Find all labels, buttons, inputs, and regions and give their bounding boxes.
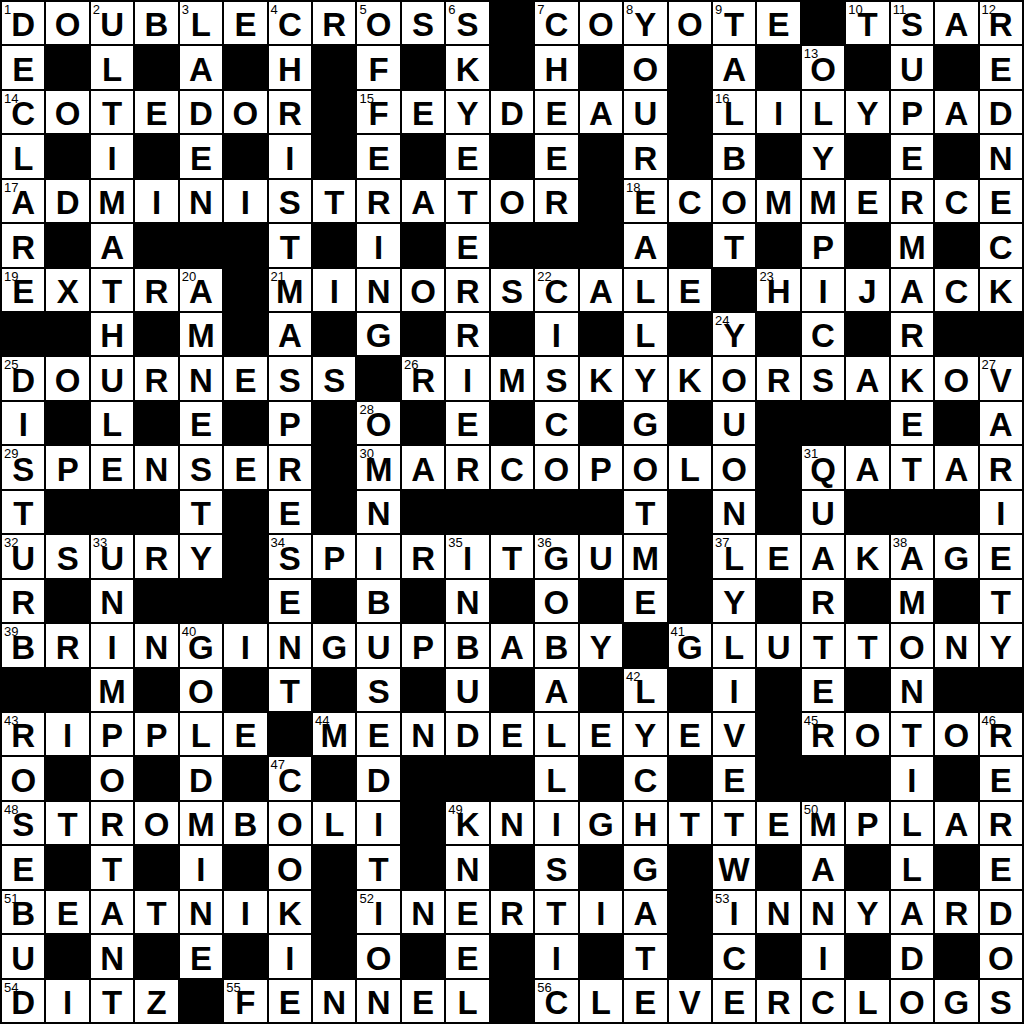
grid-cell-r11c23[interactable]: R xyxy=(980,446,1022,488)
grid-cell-r8c21[interactable]: R xyxy=(891,313,933,355)
grid-cell-r9c22[interactable]: O xyxy=(935,357,977,399)
grid-cell-r13c11[interactable]: 35I xyxy=(446,535,488,577)
grid-cell-r1c1[interactable]: 1D xyxy=(2,2,44,44)
grid-cell-r9c20[interactable]: A xyxy=(846,357,888,399)
grid-cell-r23c17[interactable]: E xyxy=(713,980,755,1022)
grid-cell-r2c19[interactable]: 13O xyxy=(802,46,844,88)
grid-cell-r17c20[interactable]: O xyxy=(846,713,888,755)
grid-cell-r1c5[interactable]: 3L xyxy=(180,2,222,44)
grid-cell-r19c2[interactable]: T xyxy=(46,802,88,844)
grid-cell-r11c9[interactable]: 30M xyxy=(357,446,399,488)
grid-cell-r13c8[interactable]: P xyxy=(313,535,355,577)
grid-cell-r19c23[interactable]: R xyxy=(980,802,1022,844)
grid-cell-r21c2[interactable]: E xyxy=(46,891,88,933)
grid-cell-r15c11[interactable]: B xyxy=(446,624,488,666)
grid-cell-r23c21[interactable]: O xyxy=(891,980,933,1022)
grid-cell-r17c17[interactable]: V xyxy=(713,713,755,755)
grid-cell-r9c18[interactable]: R xyxy=(757,357,799,399)
grid-cell-r19c16[interactable]: T xyxy=(669,802,711,844)
grid-cell-r8c13[interactable]: I xyxy=(535,313,577,355)
grid-cell-r11c14[interactable]: P xyxy=(580,446,622,488)
grid-cell-r3c22[interactable]: A xyxy=(935,91,977,133)
grid-cell-r9c6[interactable]: E xyxy=(224,357,266,399)
grid-cell-r5c16[interactable]: C xyxy=(669,180,711,222)
grid-cell-r19c22[interactable]: A xyxy=(935,802,977,844)
grid-cell-r16c17[interactable]: I xyxy=(713,669,755,711)
grid-cell-r20c1[interactable]: E xyxy=(2,846,44,888)
grid-cell-r19c18[interactable]: E xyxy=(757,802,799,844)
grid-cell-r11c6[interactable]: E xyxy=(224,446,266,488)
grid-cell-r4c17[interactable]: B xyxy=(713,135,755,177)
grid-cell-r6c15[interactable]: A xyxy=(624,224,666,266)
grid-cell-r22c9[interactable]: O xyxy=(357,935,399,977)
grid-cell-r4c1[interactable]: L xyxy=(2,135,44,177)
grid-cell-r12c19[interactable]: U xyxy=(802,491,844,533)
grid-cell-r22c13[interactable]: I xyxy=(535,935,577,977)
grid-cell-r9c11[interactable]: I xyxy=(446,357,488,399)
grid-cell-r3c9[interactable]: 15F xyxy=(357,91,399,133)
grid-cell-r23c7[interactable]: E xyxy=(269,980,311,1022)
grid-cell-r1c23[interactable]: 12R xyxy=(980,2,1022,44)
grid-cell-r15c4[interactable]: N xyxy=(135,624,177,666)
grid-cell-r2c13[interactable]: H xyxy=(535,46,577,88)
grid-cell-r10c5[interactable]: E xyxy=(180,402,222,444)
grid-cell-r1c20[interactable]: 10T xyxy=(846,2,888,44)
grid-cell-r9c12[interactable]: M xyxy=(491,357,533,399)
grid-cell-r15c6[interactable]: I xyxy=(224,624,266,666)
grid-cell-r14c1[interactable]: R xyxy=(2,580,44,622)
grid-cell-r21c1[interactable]: 51B xyxy=(2,891,44,933)
grid-cell-r11c21[interactable]: T xyxy=(891,446,933,488)
grid-cell-r17c4[interactable]: P xyxy=(135,713,177,755)
grid-cell-r5c20[interactable]: E xyxy=(846,180,888,222)
grid-cell-r19c17[interactable]: T xyxy=(713,802,755,844)
grid-cell-r15c3[interactable]: I xyxy=(91,624,133,666)
grid-cell-r19c7[interactable]: O xyxy=(269,802,311,844)
grid-cell-r18c23[interactable]: E xyxy=(980,757,1022,799)
grid-cell-r21c18[interactable]: N xyxy=(757,891,799,933)
grid-cell-r10c9[interactable]: 28O xyxy=(357,402,399,444)
grid-cell-r11c15[interactable]: O xyxy=(624,446,666,488)
grid-cell-r6c11[interactable]: E xyxy=(446,224,488,266)
grid-cell-r22c3[interactable]: N xyxy=(91,935,133,977)
grid-cell-r3c11[interactable]: Y xyxy=(446,91,488,133)
grid-cell-r23c3[interactable]: T xyxy=(91,980,133,1022)
grid-cell-r7c19[interactable]: I xyxy=(802,269,844,311)
grid-cell-r20c7[interactable]: O xyxy=(269,846,311,888)
grid-cell-r22c1[interactable]: U xyxy=(2,935,44,977)
grid-cell-r1c2[interactable]: O xyxy=(46,2,88,44)
grid-cell-r18c3[interactable]: O xyxy=(91,757,133,799)
grid-cell-r7c10[interactable]: O xyxy=(402,269,444,311)
grid-cell-r8c9[interactable]: G xyxy=(357,313,399,355)
grid-cell-r13c23[interactable]: E xyxy=(980,535,1022,577)
grid-cell-r15c18[interactable]: U xyxy=(757,624,799,666)
grid-cell-r2c9[interactable]: F xyxy=(357,46,399,88)
grid-cell-r7c4[interactable]: R xyxy=(135,269,177,311)
grid-cell-r3c23[interactable]: D xyxy=(980,91,1022,133)
grid-cell-r1c21[interactable]: 11S xyxy=(891,2,933,44)
grid-cell-r16c19[interactable]: E xyxy=(802,669,844,711)
grid-cell-r4c7[interactable]: I xyxy=(269,135,311,177)
grid-cell-r18c15[interactable]: C xyxy=(624,757,666,799)
grid-cell-r6c1[interactable]: R xyxy=(2,224,44,266)
grid-cell-r19c4[interactable]: O xyxy=(135,802,177,844)
grid-cell-r9c21[interactable]: K xyxy=(891,357,933,399)
grid-cell-r21c3[interactable]: A xyxy=(91,891,133,933)
grid-cell-r15c8[interactable]: G xyxy=(313,624,355,666)
grid-cell-r13c13[interactable]: 36G xyxy=(535,535,577,577)
grid-cell-r10c13[interactable]: C xyxy=(535,402,577,444)
grid-cell-r6c7[interactable]: T xyxy=(269,224,311,266)
grid-cell-r13c21[interactable]: 38A xyxy=(891,535,933,577)
grid-cell-r6c9[interactable]: I xyxy=(357,224,399,266)
grid-cell-r7c14[interactable]: A xyxy=(580,269,622,311)
grid-cell-r19c3[interactable]: R xyxy=(91,802,133,844)
grid-cell-r21c13[interactable]: T xyxy=(535,891,577,933)
grid-cell-r1c16[interactable]: O xyxy=(669,2,711,44)
grid-cell-r7c13[interactable]: 22C xyxy=(535,269,577,311)
grid-cell-r9c8[interactable]: S xyxy=(313,357,355,399)
grid-cell-r2c15[interactable]: O xyxy=(624,46,666,88)
grid-cell-r1c8[interactable]: R xyxy=(313,2,355,44)
grid-cell-r23c2[interactable]: I xyxy=(46,980,88,1022)
grid-cell-r3c20[interactable]: Y xyxy=(846,91,888,133)
grid-cell-r6c19[interactable]: P xyxy=(802,224,844,266)
grid-cell-r11c13[interactable]: O xyxy=(535,446,577,488)
grid-cell-r23c10[interactable]: E xyxy=(402,980,444,1022)
grid-cell-r5c13[interactable]: R xyxy=(535,180,577,222)
grid-cell-r11c16[interactable]: L xyxy=(669,446,711,488)
grid-cell-r13c14[interactable]: U xyxy=(580,535,622,577)
grid-cell-r5c1[interactable]: 17A xyxy=(2,180,44,222)
grid-cell-r8c3[interactable]: H xyxy=(91,313,133,355)
grid-cell-r9c16[interactable]: K xyxy=(669,357,711,399)
grid-cell-r13c22[interactable]: G xyxy=(935,535,977,577)
grid-cell-r5c3[interactable]: M xyxy=(91,180,133,222)
grid-cell-r5c11[interactable]: T xyxy=(446,180,488,222)
grid-cell-r11c7[interactable]: R xyxy=(269,446,311,488)
grid-cell-r23c22[interactable]: G xyxy=(935,980,977,1022)
grid-cell-r13c12[interactable]: T xyxy=(491,535,533,577)
grid-cell-r9c5[interactable]: N xyxy=(180,357,222,399)
grid-cell-r22c7[interactable]: I xyxy=(269,935,311,977)
grid-cell-r5c8[interactable]: T xyxy=(313,180,355,222)
grid-cell-r14c17[interactable]: Y xyxy=(713,580,755,622)
grid-cell-r9c15[interactable]: Y xyxy=(624,357,666,399)
grid-cell-r7c15[interactable]: L xyxy=(624,269,666,311)
grid-cell-r22c5[interactable]: E xyxy=(180,935,222,977)
grid-cell-r20c17[interactable]: W xyxy=(713,846,755,888)
grid-cell-r2c23[interactable]: E xyxy=(980,46,1022,88)
grid-cell-r11c20[interactable]: A xyxy=(846,446,888,488)
grid-cell-r15c12[interactable]: A xyxy=(491,624,533,666)
grid-cell-r19c21[interactable]: L xyxy=(891,802,933,844)
grid-cell-r2c11[interactable]: K xyxy=(446,46,488,88)
grid-cell-r5c21[interactable]: R xyxy=(891,180,933,222)
grid-cell-r21c14[interactable]: I xyxy=(580,891,622,933)
grid-cell-r4c23[interactable]: N xyxy=(980,135,1022,177)
grid-cell-r9c13[interactable]: S xyxy=(535,357,577,399)
grid-cell-r13c17[interactable]: 37L xyxy=(713,535,755,577)
grid-cell-r9c7[interactable]: S xyxy=(269,357,311,399)
grid-cell-r4c15[interactable]: R xyxy=(624,135,666,177)
grid-cell-r6c17[interactable]: T xyxy=(713,224,755,266)
grid-cell-r22c15[interactable]: T xyxy=(624,935,666,977)
grid-cell-r4c9[interactable]: E xyxy=(357,135,399,177)
grid-cell-r6c3[interactable]: A xyxy=(91,224,133,266)
grid-cell-r11c5[interactable]: S xyxy=(180,446,222,488)
grid-cell-r18c5[interactable]: D xyxy=(180,757,222,799)
grid-cell-r17c5[interactable]: L xyxy=(180,713,222,755)
grid-cell-r10c11[interactable]: E xyxy=(446,402,488,444)
grid-cell-r9c2[interactable]: O xyxy=(46,357,88,399)
grid-cell-r8c17[interactable]: 24Y xyxy=(713,313,755,355)
grid-cell-r6c23[interactable]: C xyxy=(980,224,1022,266)
grid-cell-r19c1[interactable]: 48S xyxy=(2,802,44,844)
grid-cell-r5c2[interactable]: D xyxy=(46,180,88,222)
grid-cell-r5c19[interactable]: M xyxy=(802,180,844,222)
grid-cell-r3c4[interactable]: E xyxy=(135,91,177,133)
grid-cell-r17c13[interactable]: L xyxy=(535,713,577,755)
grid-cell-r2c3[interactable]: L xyxy=(91,46,133,88)
grid-cell-r7c18[interactable]: 23H xyxy=(757,269,799,311)
grid-cell-r21c19[interactable]: N xyxy=(802,891,844,933)
grid-cell-r7c1[interactable]: 19E xyxy=(2,269,44,311)
grid-cell-r3c15[interactable]: U xyxy=(624,91,666,133)
grid-cell-r7c21[interactable]: A xyxy=(891,269,933,311)
grid-cell-r22c21[interactable]: D xyxy=(891,935,933,977)
grid-cell-r15c19[interactable]: T xyxy=(802,624,844,666)
grid-cell-r23c23[interactable]: S xyxy=(980,980,1022,1022)
grid-cell-r13c19[interactable]: A xyxy=(802,535,844,577)
grid-cell-r12c23[interactable]: I xyxy=(980,491,1022,533)
grid-cell-r14c11[interactable]: N xyxy=(446,580,488,622)
grid-cell-r19c6[interactable]: B xyxy=(224,802,266,844)
grid-cell-r3c1[interactable]: 14C xyxy=(2,91,44,133)
grid-cell-r20c15[interactable]: G xyxy=(624,846,666,888)
grid-cell-r5c6[interactable]: I xyxy=(224,180,266,222)
grid-cell-r1c3[interactable]: 2U xyxy=(91,2,133,44)
grid-cell-r7c12[interactable]: S xyxy=(491,269,533,311)
grid-cell-r10c7[interactable]: P xyxy=(269,402,311,444)
grid-cell-r21c4[interactable]: T xyxy=(135,891,177,933)
grid-cell-r17c19[interactable]: 45R xyxy=(802,713,844,755)
grid-cell-r15c10[interactable]: P xyxy=(402,624,444,666)
grid-cell-r17c16[interactable]: E xyxy=(669,713,711,755)
grid-cell-r4c13[interactable]: E xyxy=(535,135,577,177)
grid-cell-r20c23[interactable]: E xyxy=(980,846,1022,888)
grid-cell-r3c17[interactable]: 16L xyxy=(713,91,755,133)
grid-cell-r11c11[interactable]: R xyxy=(446,446,488,488)
grid-cell-r10c15[interactable]: G xyxy=(624,402,666,444)
grid-cell-r7c23[interactable]: K xyxy=(980,269,1022,311)
grid-cell-r18c17[interactable]: E xyxy=(713,757,755,799)
grid-cell-r5c17[interactable]: O xyxy=(713,180,755,222)
grid-cell-r5c23[interactable]: E xyxy=(980,180,1022,222)
grid-cell-r15c14[interactable]: Y xyxy=(580,624,622,666)
grid-cell-r5c22[interactable]: C xyxy=(935,180,977,222)
grid-cell-r7c11[interactable]: R xyxy=(446,269,488,311)
grid-cell-r10c21[interactable]: E xyxy=(891,402,933,444)
grid-cell-r5c9[interactable]: R xyxy=(357,180,399,222)
grid-cell-r22c17[interactable]: C xyxy=(713,935,755,977)
grid-cell-r5c7[interactable]: S xyxy=(269,180,311,222)
grid-cell-r21c17[interactable]: 53I xyxy=(713,891,755,933)
grid-cell-r7c7[interactable]: 21M xyxy=(269,269,311,311)
grid-cell-r21c5[interactable]: N xyxy=(180,891,222,933)
grid-cell-r18c1[interactable]: O xyxy=(2,757,44,799)
grid-cell-r21c22[interactable]: R xyxy=(935,891,977,933)
grid-cell-r23c15[interactable]: E xyxy=(624,980,666,1022)
grid-cell-r13c4[interactable]: R xyxy=(135,535,177,577)
grid-cell-r9c3[interactable]: U xyxy=(91,357,133,399)
grid-cell-r7c2[interactable]: X xyxy=(46,269,88,311)
grid-cell-r4c21[interactable]: E xyxy=(891,135,933,177)
grid-cell-r19c12[interactable]: N xyxy=(491,802,533,844)
grid-cell-r15c17[interactable]: L xyxy=(713,624,755,666)
grid-cell-r9c17[interactable]: O xyxy=(713,357,755,399)
grid-cell-r17c15[interactable]: Y xyxy=(624,713,666,755)
grid-cell-r1c22[interactable]: A xyxy=(935,2,977,44)
grid-cell-r4c5[interactable]: E xyxy=(180,135,222,177)
grid-cell-r5c15[interactable]: 18E xyxy=(624,180,666,222)
grid-cell-r23c9[interactable]: N xyxy=(357,980,399,1022)
grid-cell-r2c5[interactable]: A xyxy=(180,46,222,88)
grid-cell-r3c5[interactable]: D xyxy=(180,91,222,133)
grid-cell-r3c18[interactable]: I xyxy=(757,91,799,133)
grid-cell-r2c21[interactable]: U xyxy=(891,46,933,88)
grid-cell-r23c18[interactable]: R xyxy=(757,980,799,1022)
grid-cell-r20c3[interactable]: T xyxy=(91,846,133,888)
grid-cell-r1c9[interactable]: 5O xyxy=(357,2,399,44)
grid-cell-r17c11[interactable]: D xyxy=(446,713,488,755)
grid-cell-r18c13[interactable]: L xyxy=(535,757,577,799)
grid-cell-r8c15[interactable]: L xyxy=(624,313,666,355)
grid-cell-r21c10[interactable]: N xyxy=(402,891,444,933)
grid-cell-r3c6[interactable]: O xyxy=(224,91,266,133)
grid-cell-r9c14[interactable]: K xyxy=(580,357,622,399)
grid-cell-r3c13[interactable]: E xyxy=(535,91,577,133)
grid-cell-r13c5[interactable]: Y xyxy=(180,535,222,577)
grid-cell-r8c7[interactable]: A xyxy=(269,313,311,355)
grid-cell-r21c21[interactable]: A xyxy=(891,891,933,933)
grid-cell-r11c2[interactable]: P xyxy=(46,446,88,488)
grid-cell-r15c16[interactable]: 41G xyxy=(669,624,711,666)
grid-cell-r21c15[interactable]: A xyxy=(624,891,666,933)
grid-cell-r20c21[interactable]: L xyxy=(891,846,933,888)
grid-cell-r19c13[interactable]: I xyxy=(535,802,577,844)
grid-cell-r14c7[interactable]: E xyxy=(269,580,311,622)
grid-cell-r23c8[interactable]: N xyxy=(313,980,355,1022)
grid-cell-r18c21[interactable]: I xyxy=(891,757,933,799)
grid-cell-r15c7[interactable]: N xyxy=(269,624,311,666)
grid-cell-r9c19[interactable]: S xyxy=(802,357,844,399)
grid-cell-r15c21[interactable]: O xyxy=(891,624,933,666)
grid-cell-r19c20[interactable]: P xyxy=(846,802,888,844)
grid-cell-r11c17[interactable]: O xyxy=(713,446,755,488)
grid-cell-r20c19[interactable]: A xyxy=(802,846,844,888)
grid-cell-r6c21[interactable]: M xyxy=(891,224,933,266)
grid-cell-r14c9[interactable]: B xyxy=(357,580,399,622)
grid-cell-r3c21[interactable]: P xyxy=(891,91,933,133)
grid-cell-r13c1[interactable]: 32U xyxy=(2,535,44,577)
grid-cell-r20c11[interactable]: N xyxy=(446,846,488,888)
grid-cell-r5c18[interactable]: M xyxy=(757,180,799,222)
grid-cell-r10c23[interactable]: A xyxy=(980,402,1022,444)
grid-cell-r1c15[interactable]: 8Y xyxy=(624,2,666,44)
grid-cell-r1c11[interactable]: 6S xyxy=(446,2,488,44)
grid-cell-r5c12[interactable]: O xyxy=(491,180,533,222)
grid-cell-r23c14[interactable]: L xyxy=(580,980,622,1022)
grid-cell-r12c9[interactable]: N xyxy=(357,491,399,533)
grid-cell-r1c10[interactable]: S xyxy=(402,2,444,44)
grid-cell-r19c11[interactable]: 49K xyxy=(446,802,488,844)
grid-cell-r4c19[interactable]: Y xyxy=(802,135,844,177)
grid-cell-r22c11[interactable]: E xyxy=(446,935,488,977)
grid-cell-r16c7[interactable]: T xyxy=(269,669,311,711)
grid-cell-r17c21[interactable]: T xyxy=(891,713,933,755)
grid-cell-r1c18[interactable]: E xyxy=(757,2,799,44)
grid-cell-r15c5[interactable]: 40G xyxy=(180,624,222,666)
grid-cell-r23c4[interactable]: Z xyxy=(135,980,177,1022)
grid-cell-r15c2[interactable]: R xyxy=(46,624,88,666)
grid-cell-r3c3[interactable]: T xyxy=(91,91,133,133)
grid-cell-r1c4[interactable]: B xyxy=(135,2,177,44)
grid-cell-r13c3[interactable]: 33U xyxy=(91,535,133,577)
grid-cell-r23c20[interactable]: L xyxy=(846,980,888,1022)
grid-cell-r10c17[interactable]: U xyxy=(713,402,755,444)
grid-cell-r15c22[interactable]: N xyxy=(935,624,977,666)
grid-cell-r10c3[interactable]: L xyxy=(91,402,133,444)
grid-cell-r20c5[interactable]: I xyxy=(180,846,222,888)
grid-cell-r17c23[interactable]: 46R xyxy=(980,713,1022,755)
grid-cell-r1c6[interactable]: E xyxy=(224,2,266,44)
grid-cell-r22c23[interactable]: O xyxy=(980,935,1022,977)
grid-cell-r11c3[interactable]: E xyxy=(91,446,133,488)
grid-cell-r11c19[interactable]: 31Q xyxy=(802,446,844,488)
grid-cell-r1c17[interactable]: 9T xyxy=(713,2,755,44)
grid-cell-r17c12[interactable]: E xyxy=(491,713,533,755)
grid-cell-r17c10[interactable]: N xyxy=(402,713,444,755)
grid-cell-r14c21[interactable]: M xyxy=(891,580,933,622)
grid-cell-r17c22[interactable]: O xyxy=(935,713,977,755)
grid-cell-r7c5[interactable]: 20A xyxy=(180,269,222,311)
grid-cell-r15c23[interactable]: Y xyxy=(980,624,1022,666)
grid-cell-r1c7[interactable]: 4C xyxy=(269,2,311,44)
grid-cell-r7c22[interactable]: C xyxy=(935,269,977,311)
grid-cell-r18c9[interactable]: D xyxy=(357,757,399,799)
grid-cell-r21c9[interactable]: 52I xyxy=(357,891,399,933)
grid-cell-r3c14[interactable]: A xyxy=(580,91,622,133)
grid-cell-r19c9[interactable]: I xyxy=(357,802,399,844)
grid-cell-r14c15[interactable]: E xyxy=(624,580,666,622)
grid-cell-r2c1[interactable]: E xyxy=(2,46,44,88)
grid-cell-r13c18[interactable]: E xyxy=(757,535,799,577)
grid-cell-r11c4[interactable]: N xyxy=(135,446,177,488)
grid-cell-r15c9[interactable]: U xyxy=(357,624,399,666)
grid-cell-r13c7[interactable]: 34S xyxy=(269,535,311,577)
grid-cell-r12c7[interactable]: E xyxy=(269,491,311,533)
grid-cell-r14c23[interactable]: T xyxy=(980,580,1022,622)
grid-cell-r7c16[interactable]: E xyxy=(669,269,711,311)
grid-cell-r20c9[interactable]: T xyxy=(357,846,399,888)
grid-cell-r12c17[interactable]: N xyxy=(713,491,755,533)
grid-cell-r19c14[interactable]: G xyxy=(580,802,622,844)
grid-cell-r9c4[interactable]: R xyxy=(135,357,177,399)
grid-cell-r23c16[interactable]: V xyxy=(669,980,711,1022)
grid-cell-r11c22[interactable]: A xyxy=(935,446,977,488)
